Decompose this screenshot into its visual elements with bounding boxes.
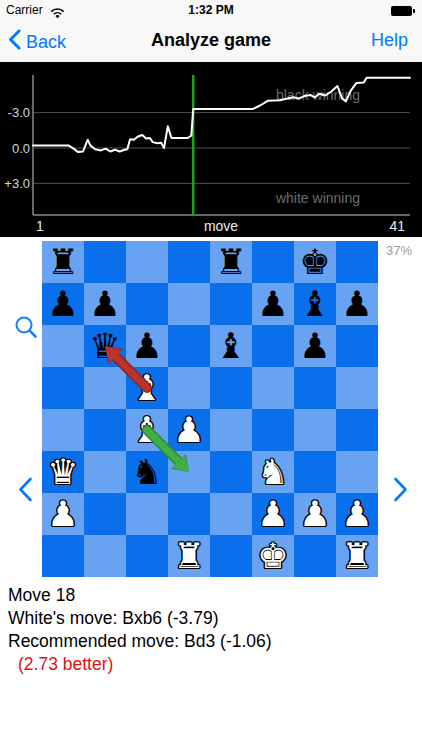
- chess-board: ♜♜♚♟♟♟♝♟♛♟♝♟♝♝♟♛♞♞♟♟♟♟♜♚♜: [42, 241, 378, 577]
- square-f2: ♟: [252, 493, 294, 535]
- square-f5: [252, 367, 294, 409]
- svg-text:1: 1: [36, 218, 44, 234]
- status-bar: Carrier 1:32 PM: [0, 0, 422, 20]
- square-h4: [336, 409, 378, 451]
- square-d8: [168, 241, 210, 283]
- svg-text:0.0: 0.0: [12, 141, 30, 156]
- square-h1: ♜: [336, 535, 378, 577]
- played-move-label: White's move: Bxb6 (-3.79): [8, 607, 272, 630]
- svg-text:-3.0: -3.0: [8, 105, 30, 120]
- square-a1: [42, 535, 84, 577]
- square-f7: ♟: [252, 283, 294, 325]
- white-queen: ♛: [47, 451, 78, 493]
- square-c3: ♞: [126, 451, 168, 493]
- battery-icon: [391, 6, 412, 16]
- white-rook: ♜: [341, 535, 372, 577]
- square-b3: [84, 451, 126, 493]
- square-c1: [126, 535, 168, 577]
- move-number-label: Move 18: [8, 584, 272, 607]
- evaluation-chart[interactable]: -3.00.0+3.0black winningwhite winning1mo…: [0, 62, 422, 237]
- square-g5: [294, 367, 336, 409]
- square-d7: [168, 283, 210, 325]
- square-d6: [168, 325, 210, 367]
- white-bishop: ♝: [131, 367, 162, 409]
- white-pawn: ♟: [257, 493, 288, 535]
- square-c5: ♝: [126, 367, 168, 409]
- recommended-move-label: Recommended move: Bd3 (-1.06): [8, 630, 272, 653]
- square-a2: ♟: [42, 493, 84, 535]
- square-a5: [42, 367, 84, 409]
- square-c8: [126, 241, 168, 283]
- square-f3: ♞: [252, 451, 294, 493]
- white-knight: ♞: [257, 451, 288, 493]
- square-h7: ♟: [336, 283, 378, 325]
- square-d3: [168, 451, 210, 493]
- page-title: Analyze game: [0, 30, 422, 51]
- square-e7: [210, 283, 252, 325]
- black-pawn: ♟: [89, 283, 120, 325]
- square-d5: [168, 367, 210, 409]
- white-rook: ♜: [173, 535, 204, 577]
- square-h3: [336, 451, 378, 493]
- nav-bar: Back Analyze game Help: [0, 20, 422, 62]
- square-g2: ♟: [294, 493, 336, 535]
- square-c6: ♟: [126, 325, 168, 367]
- black-pawn: ♟: [341, 283, 372, 325]
- square-g4: [294, 409, 336, 451]
- svg-text:41: 41: [389, 218, 405, 234]
- square-g7: ♝: [294, 283, 336, 325]
- square-a8: ♜: [42, 241, 84, 283]
- black-rook: ♜: [47, 241, 78, 283]
- svg-text:+3.0: +3.0: [4, 176, 30, 191]
- eval-delta-label: (2.73 better): [8, 653, 272, 676]
- black-bishop: ♝: [299, 283, 330, 325]
- square-g3: [294, 451, 336, 493]
- previous-move-button[interactable]: [18, 477, 33, 506]
- square-b5: [84, 367, 126, 409]
- clock-label: 1:32 PM: [0, 3, 422, 17]
- magnifier-icon[interactable]: [13, 314, 40, 345]
- next-move-button[interactable]: [393, 477, 408, 506]
- square-h6: [336, 325, 378, 367]
- square-a7: ♟: [42, 283, 84, 325]
- square-d1: ♜: [168, 535, 210, 577]
- square-a4: [42, 409, 84, 451]
- svg-text:move: move: [204, 218, 238, 234]
- square-h5: [336, 367, 378, 409]
- square-b6: ♛: [84, 325, 126, 367]
- white-pawn: ♟: [173, 409, 204, 451]
- square-f4: [252, 409, 294, 451]
- square-b4: [84, 409, 126, 451]
- square-d2: [168, 493, 210, 535]
- app-screen: Carrier 1:32 PM Back Analyze game Help -…: [0, 0, 422, 750]
- white-pawn: ♟: [341, 493, 372, 535]
- help-button[interactable]: Help: [371, 30, 408, 51]
- square-g6: ♟: [294, 325, 336, 367]
- square-e3: [210, 451, 252, 493]
- black-bishop: ♝: [215, 325, 246, 367]
- square-g1: [294, 535, 336, 577]
- square-b2: [84, 493, 126, 535]
- black-pawn: ♟: [47, 283, 78, 325]
- black-rook: ♜: [215, 241, 246, 283]
- square-a3: ♛: [42, 451, 84, 493]
- square-e4: [210, 409, 252, 451]
- black-pawn: ♟: [257, 283, 288, 325]
- square-e1: [210, 535, 252, 577]
- square-c4: ♝: [126, 409, 168, 451]
- analysis-text-block: Move 18 White's move: Bxb6 (-3.79) Recom…: [8, 584, 272, 676]
- square-c7: [126, 283, 168, 325]
- square-g8: ♚: [294, 241, 336, 283]
- square-f6: [252, 325, 294, 367]
- white-bishop: ♝: [131, 409, 162, 451]
- black-knight: ♞: [131, 451, 162, 493]
- black-pawn: ♟: [299, 325, 330, 367]
- square-b8: [84, 241, 126, 283]
- square-b7: ♟: [84, 283, 126, 325]
- square-b1: [84, 535, 126, 577]
- square-e2: [210, 493, 252, 535]
- black-queen: ♛: [89, 325, 120, 367]
- square-e6: ♝: [210, 325, 252, 367]
- black-pawn: ♟: [131, 325, 162, 367]
- square-d4: ♟: [168, 409, 210, 451]
- svg-text:white winning: white winning: [275, 190, 360, 206]
- white-pawn: ♟: [299, 493, 330, 535]
- black-king: ♚: [299, 241, 330, 283]
- square-e8: ♜: [210, 241, 252, 283]
- square-h2: ♟: [336, 493, 378, 535]
- square-h8: [336, 241, 378, 283]
- square-c2: [126, 493, 168, 535]
- square-e5: [210, 367, 252, 409]
- square-a6: [42, 325, 84, 367]
- white-pawn: ♟: [47, 493, 78, 535]
- analysis-progress-label: 37%: [386, 243, 412, 258]
- white-king: ♚: [257, 535, 288, 577]
- square-f1: ♚: [252, 535, 294, 577]
- square-f8: [252, 241, 294, 283]
